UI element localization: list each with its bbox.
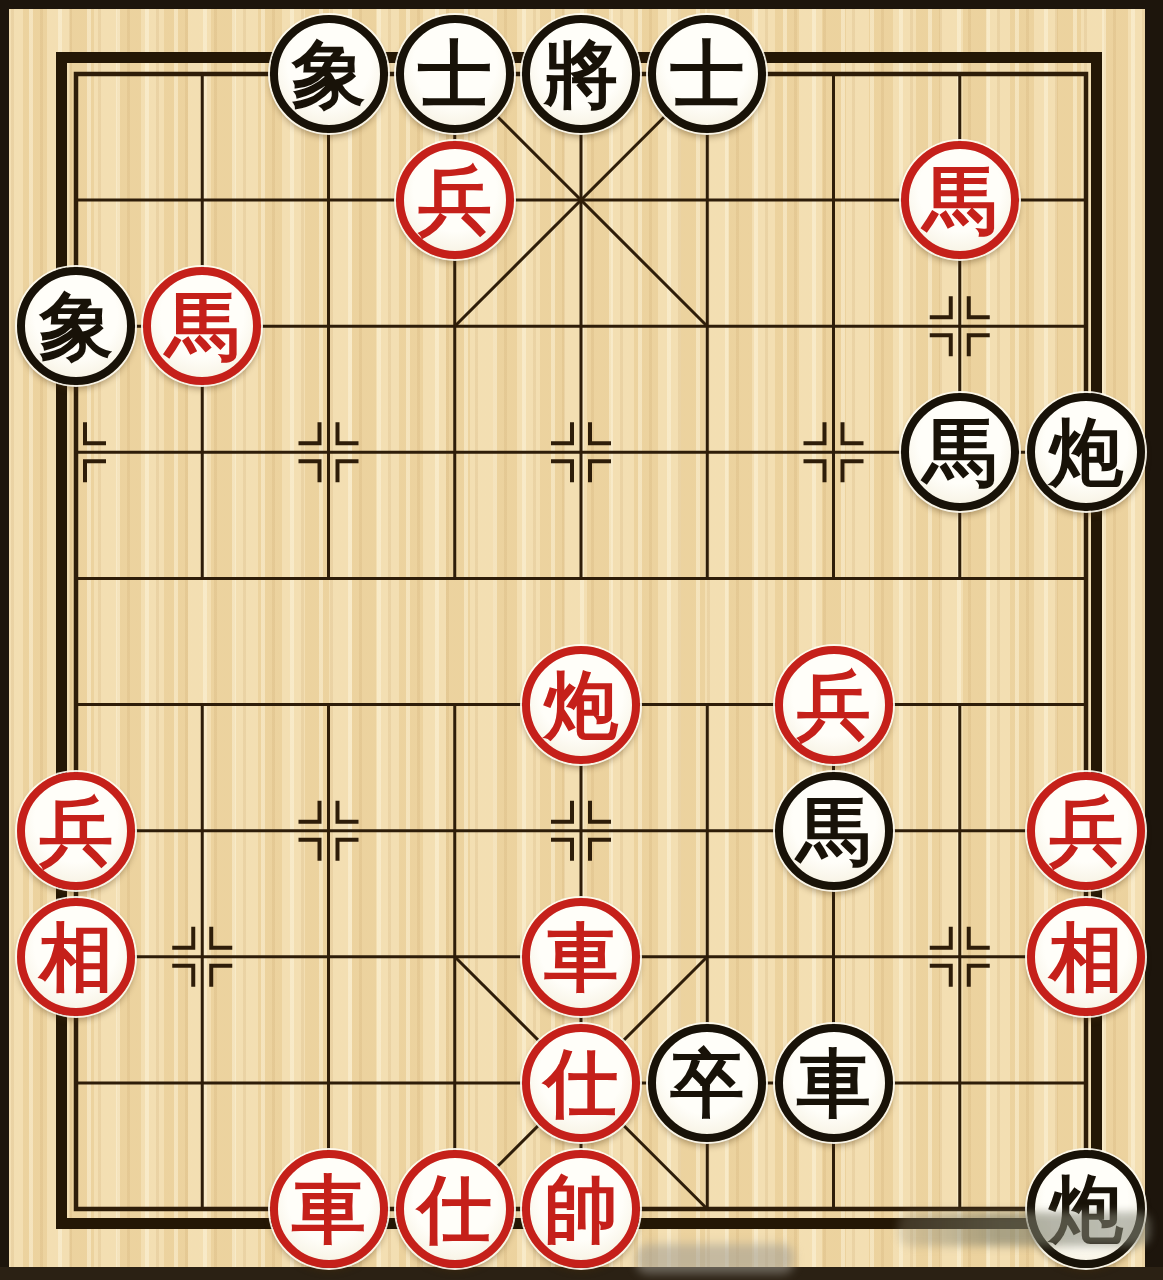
piece-black-elephant[interactable]: 象 (17, 267, 135, 385)
piece-red-chariot[interactable]: 車 (522, 898, 640, 1016)
piece-black-horse[interactable]: 馬 (901, 393, 1019, 511)
pieces-layer: 象士將士兵馬象馬馬炮炮兵兵馬兵相車相仕卒車車仕帥炮 (0, 0, 1163, 1280)
piece-black-cannon[interactable]: 炮 (1027, 393, 1145, 511)
piece-red-advisor[interactable]: 仕 (396, 1150, 514, 1268)
piece-red-soldier[interactable]: 兵 (396, 141, 514, 259)
piece-red-elephant[interactable]: 相 (17, 898, 135, 1016)
piece-red-chariot[interactable]: 車 (270, 1150, 388, 1268)
piece-red-soldier[interactable]: 兵 (17, 772, 135, 890)
xiangqi-board: 象士將士兵馬象馬馬炮炮兵兵馬兵相車相仕卒車車仕帥炮 (0, 0, 1163, 1280)
piece-red-soldier[interactable]: 兵 (775, 646, 893, 764)
piece-red-soldier[interactable]: 兵 (1027, 772, 1145, 890)
piece-red-horse[interactable]: 馬 (143, 267, 261, 385)
piece-red-advisor[interactable]: 仕 (522, 1024, 640, 1142)
piece-black-horse[interactable]: 馬 (775, 772, 893, 890)
piece-black-cannon[interactable]: 炮 (1027, 1150, 1145, 1268)
piece-black-advisor[interactable]: 士 (396, 15, 514, 133)
piece-black-chariot[interactable]: 車 (775, 1024, 893, 1142)
piece-red-horse[interactable]: 馬 (901, 141, 1019, 259)
piece-black-advisor[interactable]: 士 (648, 15, 766, 133)
piece-red-cannon[interactable]: 炮 (522, 646, 640, 764)
piece-black-elephant[interactable]: 象 (270, 15, 388, 133)
piece-black-soldier[interactable]: 卒 (648, 1024, 766, 1142)
piece-red-elephant[interactable]: 相 (1027, 898, 1145, 1016)
piece-red-general[interactable]: 帥 (522, 1150, 640, 1268)
piece-black-general[interactable]: 將 (522, 15, 640, 133)
